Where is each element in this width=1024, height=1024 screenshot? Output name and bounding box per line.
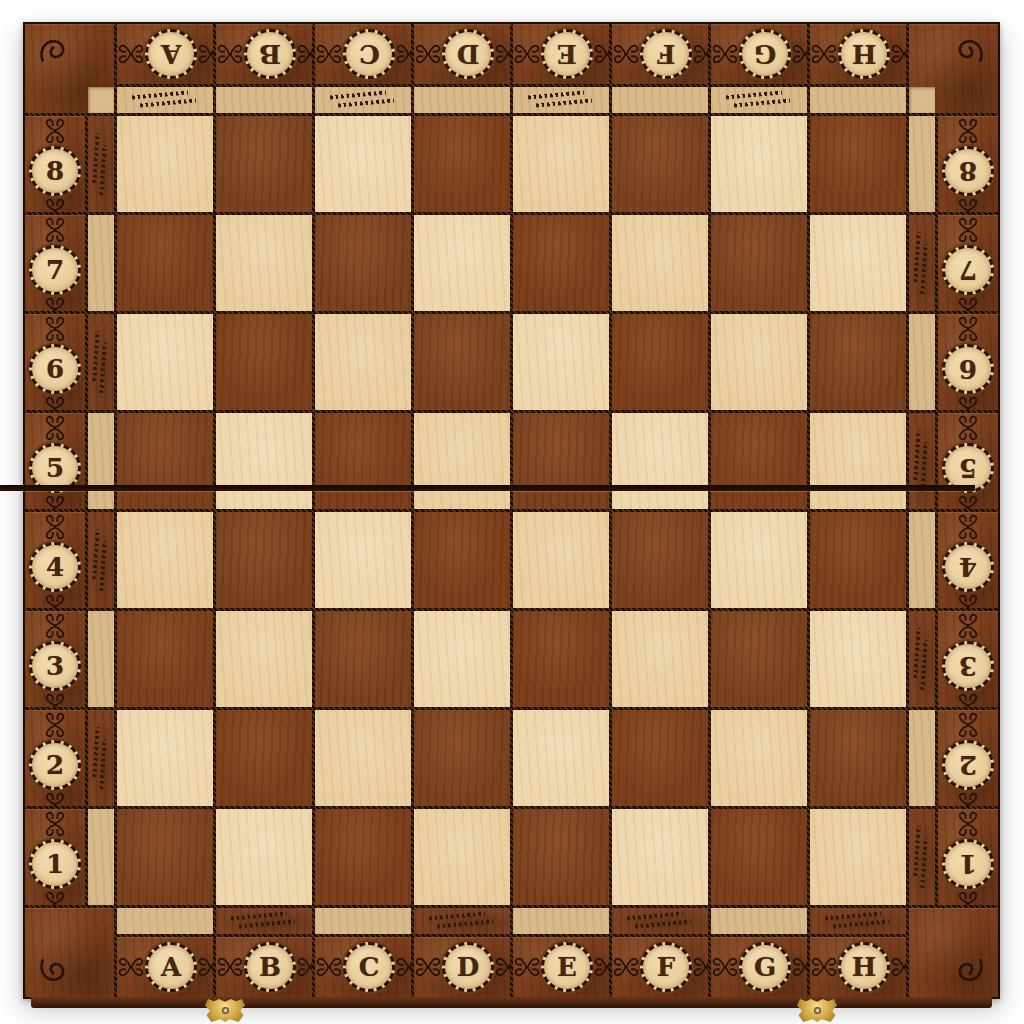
margin-strip-segment-right [909,413,935,509]
rank-label-left: 3 [46,653,64,679]
margin-strip-segment-top [216,87,312,113]
label-medallion: F [640,942,692,992]
margin-strip-segment-top [414,87,510,113]
file-label-cell-top-a: A [117,24,213,84]
label-medallion: 8 [942,146,994,196]
rank-label-left: 7 [46,257,64,283]
square-c4[interactable] [315,512,411,608]
square-d5[interactable] [414,413,510,509]
square-a6[interactable] [117,314,213,410]
label-medallion: H [838,942,890,992]
heart-scroll-ornament-icon [953,296,983,311]
heart-scroll-ornament-icon [513,39,541,69]
file-label-top: D [457,41,480,67]
square-e3[interactable] [513,611,609,707]
margin-strip-segment-bottom [810,908,906,934]
rank-label-right: 5 [959,455,977,481]
heart-scroll-ornament-icon [40,494,70,509]
rank-label-cell-right-7: 7 [938,215,998,311]
square-f7[interactable] [612,215,708,311]
margin-strip-segment-bottom [216,908,312,934]
margin-strip-segment-left [88,611,114,707]
heart-scroll-ornament-icon [414,39,442,69]
file-label-cell-bottom-c: C [315,937,411,997]
heart-scroll-ornament-icon [791,952,807,982]
square-h7[interactable] [810,215,906,311]
heart-scroll-ornament-icon [953,494,983,509]
rank-label-right: 7 [959,257,977,283]
square-d4[interactable] [414,512,510,608]
label-medallion: E [541,942,593,992]
file-label-bottom: H [852,954,877,980]
rank-label-cell-left-2: 2 [25,710,85,806]
square-b3[interactable] [216,611,312,707]
file-label-top: C [359,41,380,67]
heart-scroll-ornament-icon [117,952,145,982]
heart-scroll-ornament-icon [40,890,70,905]
margin-strip-segment-top [513,87,609,113]
rank-label-cell-right-5: 5 [938,413,998,509]
heart-scroll-ornament-icon [40,117,70,145]
file-label-top: H [852,41,877,67]
square-a8[interactable] [117,116,213,212]
rank-label-cell-right-3: 3 [938,611,998,707]
heart-scroll-ornament-icon [953,315,983,343]
square-c8[interactable] [315,116,411,212]
heart-scroll-ornament-icon [315,39,343,69]
square-g5[interactable] [711,413,807,509]
corner-scroll-ornament-icon [35,953,69,987]
heart-scroll-ornament-icon [40,315,70,343]
square-h5[interactable] [810,413,906,509]
file-label-cell-bottom-f: F [612,937,708,997]
square-g8[interactable] [711,116,807,212]
label-medallion: 3 [29,641,81,691]
heart-scroll-ornament-icon [791,39,807,69]
square-c5[interactable] [315,413,411,509]
label-medallion: D [442,29,494,79]
border-corner-top-right [909,24,998,113]
rank-label-left: 4 [46,554,64,580]
square-g6[interactable] [711,314,807,410]
heart-scroll-ornament-icon [40,692,70,707]
margin-strip-segment-top [711,87,807,113]
square-a5[interactable] [117,413,213,509]
label-medallion: F [640,29,692,79]
heart-scroll-ornament-icon [810,952,838,982]
brass-hinge-left [205,999,245,1022]
margin-strip-segment-bottom [513,908,609,934]
square-b2[interactable] [216,710,312,806]
square-h3[interactable] [810,611,906,707]
square-b4[interactable] [216,512,312,608]
margin-strip-segment-left [88,710,114,806]
square-c3[interactable] [315,611,411,707]
heart-scroll-ornament-icon [953,117,983,145]
rank-label-left: 8 [46,158,64,184]
file-label-cell-top-h: H [810,24,906,84]
heart-scroll-ornament-icon [40,296,70,311]
margin-strip-segment-right [909,314,935,410]
label-medallion: G [739,29,791,79]
heart-scroll-ornament-icon [953,810,983,838]
corner-scroll-ornament-icon [954,34,988,68]
margin-strip-segment-right [909,809,935,905]
square-e5[interactable] [513,413,609,509]
square-a7[interactable] [117,215,213,311]
heart-scroll-ornament-icon [40,612,70,640]
file-label-cell-top-e: E [513,24,609,84]
label-medallion: 2 [942,740,994,790]
fold-seam [0,485,975,491]
label-medallion: 1 [29,839,81,889]
file-label-top: E [557,41,577,67]
file-label-top: G [754,41,776,67]
square-g1[interactable] [711,809,807,905]
rank-label-cell-left-5: 5 [25,413,85,509]
square-a4[interactable] [117,512,213,608]
rank-label-right: 1 [959,851,977,877]
heart-scroll-ornament-icon [315,952,343,982]
file-label-cell-top-c: C [315,24,411,84]
brass-hinge-right [797,999,837,1022]
heart-scroll-ornament-icon [593,39,609,69]
heart-scroll-ornament-icon [953,791,983,806]
square-g4[interactable] [711,512,807,608]
file-label-top: F [657,41,675,67]
label-medallion: 8 [29,146,81,196]
file-label-cell-bottom-g: G [711,937,807,997]
margin-strip-segment-right [909,512,935,608]
square-d1[interactable] [414,809,510,905]
rank-label-cell-right-4: 4 [938,512,998,608]
heart-scroll-ornament-icon [40,395,70,410]
label-medallion: D [442,942,494,992]
margin-strip-segment-top [117,87,213,113]
heart-scroll-ornament-icon [692,952,708,982]
rank-label-cell-left-1: 1 [25,809,85,905]
square-e4[interactable] [513,512,609,608]
margin-strip-segment-left [88,512,114,608]
margin-strip-segment-bottom [612,908,708,934]
file-label-cell-top-f: F [612,24,708,84]
heart-scroll-ornament-icon [414,952,442,982]
heart-scroll-ornament-icon [296,952,312,982]
border-corner-top-left [25,24,114,113]
heart-scroll-ornament-icon [953,414,983,442]
square-a1[interactable] [117,809,213,905]
rank-label-cell-left-6: 6 [25,314,85,410]
file-label-cell-bottom-h: H [810,937,906,997]
heart-scroll-ornament-icon [40,593,70,608]
heart-scroll-ornament-icon [953,890,983,905]
label-medallion: 3 [942,641,994,691]
square-g7[interactable] [711,215,807,311]
margin-strip-segment-left [88,413,114,509]
square-d3[interactable] [414,611,510,707]
file-label-bottom: A [161,954,181,980]
border-corner-bottom-left [25,908,114,997]
heart-scroll-ornament-icon [953,216,983,244]
chessboard: AA88BB77CC66DD55EE44FF33GG22HH11 [23,22,1000,999]
square-h8[interactable] [810,116,906,212]
file-label-top: A [161,41,181,67]
square-f1[interactable] [612,809,708,905]
rank-label-left: 1 [46,851,64,877]
file-label-cell-top-g: G [711,24,807,84]
rank-label-cell-right-6: 6 [938,314,998,410]
heart-scroll-ornament-icon [513,952,541,982]
square-h1[interactable] [810,809,906,905]
square-h4[interactable] [810,512,906,608]
heart-scroll-ornament-icon [395,39,411,69]
heart-scroll-ornament-icon [40,711,70,739]
label-medallion: C [343,29,395,79]
rank-label-left: 6 [46,356,64,382]
rank-label-right: 2 [959,752,977,778]
file-label-bottom: E [557,954,577,980]
heart-scroll-ornament-icon [953,513,983,541]
label-medallion: B [244,942,296,992]
heart-scroll-ornament-icon [40,197,70,212]
label-medallion: B [244,29,296,79]
square-f6[interactable] [612,314,708,410]
margin-strip-segment-right [909,710,935,806]
heart-scroll-ornament-icon [40,414,70,442]
rank-label-cell-left-7: 7 [25,215,85,311]
square-h6[interactable] [810,314,906,410]
rank-label-right: 4 [959,554,977,580]
heart-scroll-ornament-icon [40,791,70,806]
rank-label-cell-right-8: 8 [938,116,998,212]
rank-label-right: 8 [959,158,977,184]
file-label-bottom: D [457,954,480,980]
file-label-cell-top-d: D [414,24,510,84]
square-e8[interactable] [513,116,609,212]
heart-scroll-ornament-icon [953,612,983,640]
margin-strip-segment-left [88,314,114,410]
heart-scroll-ornament-icon [40,513,70,541]
square-f2[interactable] [612,710,708,806]
heart-scroll-ornament-icon [593,952,609,982]
heart-scroll-ornament-icon [711,39,739,69]
heart-scroll-ornament-icon [40,810,70,838]
heart-scroll-ornament-icon [395,952,411,982]
border-corner-bottom-right [909,908,998,997]
square-f5[interactable] [612,413,708,509]
square-b1[interactable] [216,809,312,905]
heart-scroll-ornament-icon [953,197,983,212]
label-medallion: 4 [29,542,81,592]
heart-scroll-ornament-icon [40,216,70,244]
square-b6[interactable] [216,314,312,410]
heart-scroll-ornament-icon [216,952,244,982]
margin-strip-segment-right [909,611,935,707]
corner-scroll-ornament-icon [35,34,69,68]
square-g2[interactable] [711,710,807,806]
margin-strip-segment-right [909,116,935,212]
margin-strip-segment-left [88,809,114,905]
label-medallion: A [145,942,197,992]
margin-strip-segment-bottom [414,908,510,934]
square-a2[interactable] [117,710,213,806]
square-e2[interactable] [513,710,609,806]
square-b7[interactable] [216,215,312,311]
rank-label-right: 6 [959,356,977,382]
square-f4[interactable] [612,512,708,608]
rank-label-cell-right-1: 1 [938,809,998,905]
label-medallion: 6 [29,344,81,394]
square-c1[interactable] [315,809,411,905]
heart-scroll-ornament-icon [953,593,983,608]
heart-scroll-ornament-icon [692,39,708,69]
heart-scroll-ornament-icon [953,711,983,739]
label-medallion: 2 [29,740,81,790]
square-f8[interactable] [612,116,708,212]
file-label-cell-bottom-b: B [216,937,312,997]
heart-scroll-ornament-icon [296,39,312,69]
square-e6[interactable] [513,314,609,410]
label-medallion: 7 [29,245,81,295]
square-d7[interactable] [414,215,510,311]
margin-strip-segment-top [612,87,708,113]
rank-label-left: 2 [46,752,64,778]
heart-scroll-ornament-icon [953,395,983,410]
heart-scroll-ornament-icon [494,39,510,69]
heart-scroll-ornament-icon [711,952,739,982]
margin-strip-segment-bottom [711,908,807,934]
file-label-bottom: B [259,954,281,980]
heart-scroll-ornament-icon [890,952,906,982]
square-b5[interactable] [216,413,312,509]
heart-scroll-ornament-icon [612,39,640,69]
square-d6[interactable] [414,314,510,410]
label-medallion: 4 [942,542,994,592]
heart-scroll-ornament-icon [612,952,640,982]
rank-label-cell-left-3: 3 [25,611,85,707]
heart-scroll-ornament-icon [494,952,510,982]
label-medallion: 1 [942,839,994,889]
square-e7[interactable] [513,215,609,311]
margin-strip-segment-top [810,87,906,113]
heart-scroll-ornament-icon [810,39,838,69]
rank-label-right: 3 [959,653,977,679]
square-c2[interactable] [315,710,411,806]
square-d8[interactable] [414,116,510,212]
heart-scroll-ornament-icon [890,39,906,69]
label-medallion: 6 [942,344,994,394]
margin-strip-segment-top [315,87,411,113]
margin-strip-segment-left [88,116,114,212]
rank-label-cell-left-4: 4 [25,512,85,608]
square-c6[interactable] [315,314,411,410]
file-label-cell-bottom-d: D [414,937,510,997]
rank-label-cell-right-2: 2 [938,710,998,806]
square-c7[interactable] [315,215,411,311]
label-medallion: H [838,29,890,79]
rank-label-left: 5 [46,455,64,481]
file-label-cell-bottom-e: E [513,937,609,997]
square-g3[interactable] [711,611,807,707]
square-h2[interactable] [810,710,906,806]
file-label-bottom: C [359,954,380,980]
board-bottom-edge [31,997,992,1008]
label-medallion: G [739,942,791,992]
label-medallion: 7 [942,245,994,295]
square-a3[interactable] [117,611,213,707]
square-f3[interactable] [612,611,708,707]
heart-scroll-ornament-icon [117,39,145,69]
file-label-cell-top-b: B [216,24,312,84]
label-medallion: E [541,29,593,79]
file-label-cell-bottom-a: A [117,937,213,997]
file-label-bottom: F [657,954,675,980]
heart-scroll-ornament-icon [197,952,213,982]
corner-scroll-ornament-icon [954,953,988,987]
square-e1[interactable] [513,809,609,905]
margin-strip-segment-bottom [315,908,411,934]
label-medallion: A [145,29,197,79]
file-label-bottom: G [754,954,776,980]
margin-strip-segment-left [88,215,114,311]
rank-label-cell-left-8: 8 [25,116,85,212]
square-d2[interactable] [414,710,510,806]
margin-strip-segment-bottom [117,908,213,934]
margin-strip-segment-right [909,215,935,311]
square-b8[interactable] [216,116,312,212]
heart-scroll-ornament-icon [197,39,213,69]
label-medallion: C [343,942,395,992]
heart-scroll-ornament-icon [216,39,244,69]
file-label-top: B [259,41,281,67]
heart-scroll-ornament-icon [953,692,983,707]
